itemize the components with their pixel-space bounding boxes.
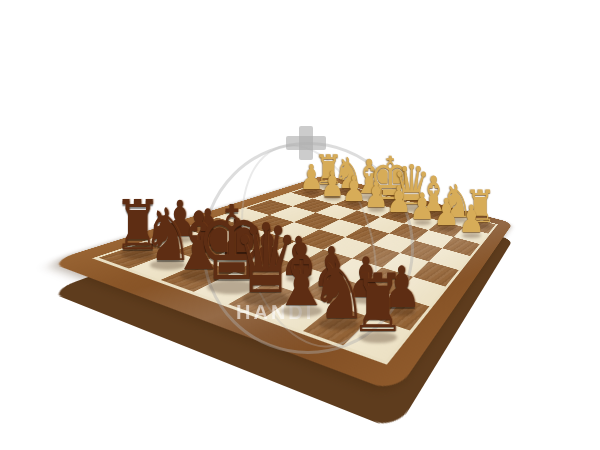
piece-white-pawn[interactable]: ♟	[457, 201, 487, 239]
piece-black-rook[interactable]: ♜	[347, 264, 410, 344]
product-photo: HANDI ♜♞♝♛♚♝♞♜♟♟♟♟♟♟♟♟♟♟♟♟♟♟♟♟♜♞♝♛♚♝♞♜	[0, 0, 600, 450]
